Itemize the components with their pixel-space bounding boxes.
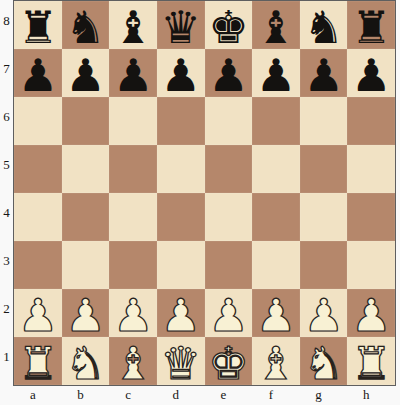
square-d7[interactable]: ♟ [157, 49, 205, 97]
rank-labels: 87654321 [0, 1, 13, 385]
piece-white-king-e1[interactable]: ♚ [208, 341, 248, 386]
square-f1[interactable]: ♝ [252, 337, 300, 385]
square-d3[interactable] [157, 241, 205, 289]
square-c6[interactable] [109, 97, 157, 145]
piece-white-rook-h1[interactable]: ♜ [351, 341, 391, 386]
square-f4[interactable] [252, 193, 300, 241]
file-label-e: e [200, 387, 248, 403]
rank-label-5: 5 [0, 141, 13, 189]
square-f8[interactable]: ♝ [252, 1, 300, 49]
rank-label-3: 3 [0, 237, 13, 285]
piece-black-rook-h8[interactable]: ♜ [351, 5, 391, 50]
piece-black-pawn-h7[interactable]: ♟ [351, 53, 391, 98]
square-e6[interactable] [205, 97, 253, 145]
square-c5[interactable] [109, 145, 157, 193]
square-b3[interactable] [62, 241, 110, 289]
square-h2[interactable]: ♟ [347, 289, 395, 337]
square-f3[interactable] [252, 241, 300, 289]
piece-white-knight-g1[interactable]: ♞ [303, 341, 343, 386]
chess-board-page: 87654321 ♜♞♝♛♚♝♞♜♟♟♟♟♟♟♟♟♟♟♟♟♟♟♟♟♜♞♝♛♚♝♞… [0, 0, 400, 405]
board-frame: ♜♞♝♛♚♝♞♜♟♟♟♟♟♟♟♟♟♟♟♟♟♟♟♟♜♞♝♛♚♝♞♜ [13, 0, 396, 386]
piece-black-rook-a8[interactable]: ♜ [18, 5, 58, 50]
square-b4[interactable] [62, 193, 110, 241]
file-label-h: h [342, 387, 390, 403]
piece-white-knight-b1[interactable]: ♞ [65, 341, 105, 386]
file-label-g: g [295, 387, 343, 403]
chess-board: ♜♞♝♛♚♝♞♜♟♟♟♟♟♟♟♟♟♟♟♟♟♟♟♟♜♞♝♛♚♝♞♜ [14, 1, 395, 385]
square-g3[interactable] [300, 241, 348, 289]
piece-black-queen-d8[interactable]: ♛ [161, 5, 201, 50]
square-a3[interactable] [14, 241, 62, 289]
file-label-a: a [9, 387, 57, 403]
square-e3[interactable] [205, 241, 253, 289]
piece-white-pawn-e2[interactable]: ♟ [208, 293, 248, 338]
rank-label-1: 1 [0, 333, 13, 381]
piece-black-pawn-a7[interactable]: ♟ [18, 53, 58, 98]
square-f6[interactable] [252, 97, 300, 145]
square-d5[interactable] [157, 145, 205, 193]
piece-white-bishop-c1[interactable]: ♝ [113, 341, 153, 386]
square-b2[interactable]: ♟ [62, 289, 110, 337]
piece-black-bishop-c8[interactable]: ♝ [113, 5, 153, 50]
square-a1[interactable]: ♜ [14, 337, 62, 385]
piece-white-pawn-g2[interactable]: ♟ [303, 293, 343, 338]
square-e8[interactable]: ♚ [205, 1, 253, 49]
file-labels: abcdefgh [14, 385, 395, 405]
piece-white-pawn-f2[interactable]: ♟ [256, 293, 296, 338]
square-e1[interactable]: ♚ [205, 337, 253, 385]
square-c2[interactable]: ♟ [109, 289, 157, 337]
square-a2[interactable]: ♟ [14, 289, 62, 337]
square-h8[interactable]: ♜ [347, 1, 395, 49]
square-c1[interactable]: ♝ [109, 337, 157, 385]
piece-black-bishop-f8[interactable]: ♝ [256, 5, 296, 50]
square-d6[interactable] [157, 97, 205, 145]
piece-black-knight-b8[interactable]: ♞ [65, 5, 105, 50]
piece-white-bishop-f1[interactable]: ♝ [256, 341, 296, 386]
square-c8[interactable]: ♝ [109, 1, 157, 49]
piece-black-pawn-b7[interactable]: ♟ [65, 53, 105, 98]
square-b8[interactable]: ♞ [62, 1, 110, 49]
square-e7[interactable]: ♟ [205, 49, 253, 97]
piece-black-knight-g8[interactable]: ♞ [303, 5, 343, 50]
square-c3[interactable] [109, 241, 157, 289]
square-c4[interactable] [109, 193, 157, 241]
square-h7[interactable]: ♟ [347, 49, 395, 97]
square-f2[interactable]: ♟ [252, 289, 300, 337]
piece-black-pawn-c7[interactable]: ♟ [113, 53, 153, 98]
file-label-b: b [57, 387, 105, 403]
square-g7[interactable]: ♟ [300, 49, 348, 97]
piece-white-pawn-c2[interactable]: ♟ [113, 293, 153, 338]
piece-white-pawn-a2[interactable]: ♟ [18, 293, 58, 338]
square-c7[interactable]: ♟ [109, 49, 157, 97]
square-b1[interactable]: ♞ [62, 337, 110, 385]
square-a7[interactable]: ♟ [14, 49, 62, 97]
square-f5[interactable] [252, 145, 300, 193]
square-b6[interactable] [62, 97, 110, 145]
rank-label-4: 4 [0, 189, 13, 237]
square-d2[interactable]: ♟ [157, 289, 205, 337]
square-d4[interactable] [157, 193, 205, 241]
square-g5[interactable] [300, 145, 348, 193]
square-a5[interactable] [14, 145, 62, 193]
piece-white-pawn-h2[interactable]: ♟ [351, 293, 391, 338]
square-f7[interactable]: ♟ [252, 49, 300, 97]
file-label-f: f [247, 387, 295, 403]
piece-black-pawn-g7[interactable]: ♟ [303, 53, 343, 98]
square-h3[interactable] [347, 241, 395, 289]
rank-label-6: 6 [0, 93, 13, 141]
square-a4[interactable] [14, 193, 62, 241]
square-g4[interactable] [300, 193, 348, 241]
file-label-c: c [104, 387, 152, 403]
square-h6[interactable] [347, 97, 395, 145]
square-b7[interactable]: ♟ [62, 49, 110, 97]
piece-black-pawn-d7[interactable]: ♟ [161, 53, 201, 98]
square-g6[interactable] [300, 97, 348, 145]
square-d8[interactable]: ♛ [157, 1, 205, 49]
square-a8[interactable]: ♜ [14, 1, 62, 49]
piece-white-rook-a1[interactable]: ♜ [18, 341, 58, 386]
square-e2[interactable]: ♟ [205, 289, 253, 337]
piece-white-pawn-b2[interactable]: ♟ [65, 293, 105, 338]
square-a6[interactable] [14, 97, 62, 145]
square-h1[interactable]: ♜ [347, 337, 395, 385]
piece-white-queen-d1[interactable]: ♛ [161, 341, 201, 386]
square-e4[interactable] [205, 193, 253, 241]
file-label-d: d [152, 387, 200, 403]
rank-label-7: 7 [0, 45, 13, 93]
square-g8[interactable]: ♞ [300, 1, 348, 49]
rank-label-8: 8 [0, 0, 13, 45]
piece-black-pawn-e7[interactable]: ♟ [208, 53, 248, 98]
square-h5[interactable] [347, 145, 395, 193]
square-e5[interactable] [205, 145, 253, 193]
square-g1[interactable]: ♞ [300, 337, 348, 385]
piece-black-pawn-f7[interactable]: ♟ [256, 53, 296, 98]
piece-white-pawn-d2[interactable]: ♟ [161, 293, 201, 338]
piece-black-king-e8[interactable]: ♚ [208, 5, 248, 50]
rank-label-2: 2 [0, 285, 13, 333]
square-d1[interactable]: ♛ [157, 337, 205, 385]
square-b5[interactable] [62, 145, 110, 193]
square-g2[interactable]: ♟ [300, 289, 348, 337]
square-h4[interactable] [347, 193, 395, 241]
